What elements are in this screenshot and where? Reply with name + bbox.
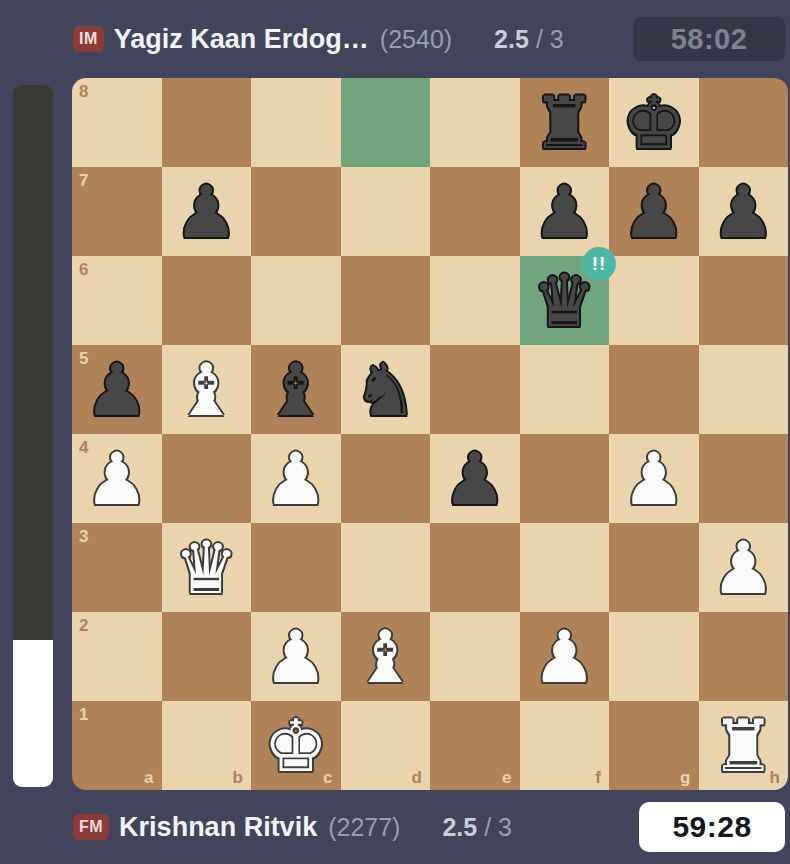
piece-black-pawn[interactable]: ♟ xyxy=(174,176,239,248)
bottom-player-score: 2.5 xyxy=(442,813,477,842)
piece-black-pawn[interactable]: ♟ xyxy=(711,176,776,248)
piece-white-queen[interactable]: ♛ xyxy=(174,532,239,604)
square-c4[interactable]: ♟ xyxy=(251,434,341,523)
piece-white-pawn[interactable]: ♟ xyxy=(711,532,776,604)
square-g6[interactable] xyxy=(609,256,699,345)
square-g4[interactable]: ♟ xyxy=(609,434,699,523)
square-b7[interactable]: ♟ xyxy=(162,167,252,256)
square-c3[interactable] xyxy=(251,523,341,612)
square-a8[interactable]: 8 xyxy=(72,78,162,167)
bottom-player-bar: FM Krishnan Ritvik (2277) 2.5 / 3 59:28 xyxy=(0,790,790,864)
file-label-g: g xyxy=(680,769,690,786)
square-e1[interactable]: e xyxy=(430,701,520,790)
bottom-clock-active: 59:28 xyxy=(639,802,785,852)
file-label-b: b xyxy=(233,769,243,786)
square-g7[interactable]: ♟ xyxy=(609,167,699,256)
square-a1[interactable]: 1a xyxy=(72,701,162,790)
piece-white-pawn[interactable]: ♟ xyxy=(621,443,686,515)
square-c2[interactable]: ♟ xyxy=(251,612,341,701)
square-f3[interactable] xyxy=(520,523,610,612)
file-label-a: a xyxy=(144,769,153,786)
square-e3[interactable] xyxy=(430,523,520,612)
square-e5[interactable] xyxy=(430,345,520,434)
top-player-rating: (2540) xyxy=(380,25,452,54)
square-a5[interactable]: 5♟ xyxy=(72,345,162,434)
piece-white-rook[interactable]: ♜ xyxy=(711,710,776,782)
square-b2[interactable] xyxy=(162,612,252,701)
piece-black-pawn[interactable]: ♟ xyxy=(84,354,149,426)
square-d6[interactable] xyxy=(341,256,431,345)
rank-label-6: 6 xyxy=(79,261,88,278)
square-a6[interactable]: 6 xyxy=(72,256,162,345)
file-label-f: f xyxy=(595,769,601,786)
piece-black-rook[interactable]: ♜ xyxy=(532,87,597,159)
square-f5[interactable] xyxy=(520,345,610,434)
square-d4[interactable] xyxy=(341,434,431,523)
square-c8[interactable] xyxy=(251,78,341,167)
rank-label-7: 7 xyxy=(79,172,88,189)
square-h7[interactable]: ♟ xyxy=(699,167,789,256)
square-d3[interactable] xyxy=(341,523,431,612)
square-e2[interactable] xyxy=(430,612,520,701)
square-b3[interactable]: ♛ xyxy=(162,523,252,612)
title-badge-bottom: FM xyxy=(73,814,109,840)
brilliant-move-badge: !! xyxy=(582,247,616,281)
file-label-e: e xyxy=(502,769,511,786)
square-f4[interactable] xyxy=(520,434,610,523)
square-d8[interactable] xyxy=(341,78,431,167)
square-f2[interactable]: ♟ xyxy=(520,612,610,701)
square-b5[interactable]: ♝ xyxy=(162,345,252,434)
top-player-bar: IM Yagiz Kaan Erdog… (2540) 2.5 / 3 58:0… xyxy=(0,0,790,78)
piece-white-pawn[interactable]: ♟ xyxy=(263,443,328,515)
square-b1[interactable]: b xyxy=(162,701,252,790)
piece-black-bishop[interactable]: ♝ xyxy=(263,354,328,426)
top-player-score: 2.5 xyxy=(494,25,529,54)
square-g2[interactable] xyxy=(609,612,699,701)
title-badge-top: IM xyxy=(73,26,104,52)
rank-label-2: 2 xyxy=(79,617,88,634)
square-h6[interactable] xyxy=(699,256,789,345)
square-h2[interactable] xyxy=(699,612,789,701)
square-d7[interactable] xyxy=(341,167,431,256)
piece-black-pawn[interactable]: ♟ xyxy=(442,443,507,515)
square-e6[interactable] xyxy=(430,256,520,345)
eval-bar-white-section xyxy=(13,640,53,787)
square-f7[interactable]: ♟ xyxy=(520,167,610,256)
square-f1[interactable]: f xyxy=(520,701,610,790)
piece-white-king[interactable]: ♚ xyxy=(263,710,328,782)
rank-label-1: 1 xyxy=(79,706,88,723)
bottom-player-name[interactable]: Krishnan Ritvik xyxy=(119,812,317,843)
piece-white-pawn[interactable]: ♟ xyxy=(84,443,149,515)
square-g5[interactable] xyxy=(609,345,699,434)
square-c7[interactable] xyxy=(251,167,341,256)
square-b6[interactable] xyxy=(162,256,252,345)
square-a2[interactable]: 2 xyxy=(72,612,162,701)
top-player-name[interactable]: Yagiz Kaan Erdog… xyxy=(114,24,369,55)
square-a4[interactable]: 4♟ xyxy=(72,434,162,523)
piece-black-knight[interactable]: ♞ xyxy=(353,354,418,426)
square-c6[interactable] xyxy=(251,256,341,345)
square-h8[interactable] xyxy=(699,78,789,167)
square-e8[interactable] xyxy=(430,78,520,167)
square-e7[interactable] xyxy=(430,167,520,256)
square-a7[interactable]: 7 xyxy=(72,167,162,256)
square-a3[interactable]: 3 xyxy=(72,523,162,612)
square-h1[interactable]: h♜ xyxy=(699,701,789,790)
square-f6[interactable]: ♛!! xyxy=(520,256,610,345)
piece-white-bishop[interactable]: ♝ xyxy=(174,354,239,426)
square-d2[interactable]: ♝ xyxy=(341,612,431,701)
square-h4[interactable] xyxy=(699,434,789,523)
square-d5[interactable]: ♞ xyxy=(341,345,431,434)
square-g3[interactable] xyxy=(609,523,699,612)
square-h5[interactable] xyxy=(699,345,789,434)
rank-label-3: 3 xyxy=(79,528,88,545)
top-clock: 58:02 xyxy=(633,17,785,61)
square-c1[interactable]: c♚ xyxy=(251,701,341,790)
bottom-player-score-total: / 3 xyxy=(484,813,512,842)
piece-black-pawn[interactable]: ♟ xyxy=(532,176,597,248)
bottom-player-rating: (2277) xyxy=(328,813,400,842)
square-b8[interactable] xyxy=(162,78,252,167)
chess-board[interactable]: 8♜♚7♟♟♟♟6♛!!5♟♝♝♞4♟♟♟♟3♛♟2♟♝♟1abc♚defgh♜ xyxy=(72,78,788,790)
piece-black-king[interactable]: ♚ xyxy=(621,87,686,159)
square-d1[interactable]: d xyxy=(341,701,431,790)
file-label-d: d xyxy=(412,769,422,786)
piece-black-pawn[interactable]: ♟ xyxy=(621,176,686,248)
piece-white-pawn[interactable]: ♟ xyxy=(263,621,328,693)
piece-white-pawn[interactable]: ♟ xyxy=(532,621,597,693)
square-g1[interactable]: g xyxy=(609,701,699,790)
square-e4[interactable]: ♟ xyxy=(430,434,520,523)
square-f8[interactable]: ♜ xyxy=(520,78,610,167)
square-c5[interactable]: ♝ xyxy=(251,345,341,434)
eval-bar[interactable] xyxy=(13,85,53,787)
eval-bar-black-section xyxy=(13,85,53,640)
top-player-score-total: / 3 xyxy=(536,25,564,54)
square-b4[interactable] xyxy=(162,434,252,523)
rank-label-8: 8 xyxy=(79,83,88,100)
square-h3[interactable]: ♟ xyxy=(699,523,789,612)
piece-white-bishop[interactable]: ♝ xyxy=(353,621,418,693)
square-g8[interactable]: ♚ xyxy=(609,78,699,167)
